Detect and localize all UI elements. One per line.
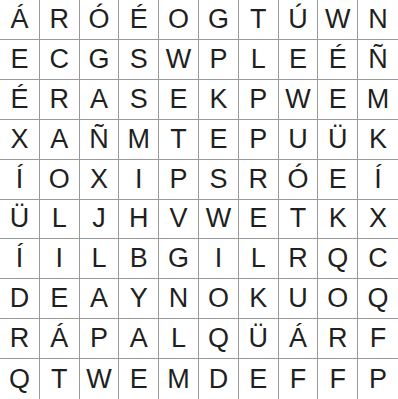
grid-cell[interactable]: M bbox=[119, 120, 159, 160]
grid-cell[interactable]: E bbox=[318, 80, 358, 120]
grid-cell[interactable]: W bbox=[159, 40, 199, 80]
grid-cell[interactable]: T bbox=[159, 120, 199, 160]
grid-cell[interactable]: Q bbox=[358, 279, 398, 319]
grid-cell[interactable]: P bbox=[239, 80, 279, 120]
grid-cell[interactable]: N bbox=[358, 0, 398, 40]
grid-cell[interactable]: Ñ bbox=[80, 120, 120, 160]
grid-cell[interactable]: L bbox=[159, 319, 199, 359]
grid-cell[interactable]: U bbox=[279, 120, 319, 160]
grid-cell[interactable]: P bbox=[239, 120, 279, 160]
grid-cell[interactable]: P bbox=[199, 40, 239, 80]
grid-cell[interactable]: E bbox=[119, 359, 159, 399]
grid-cell[interactable]: O bbox=[40, 160, 80, 200]
grid-cell[interactable]: T bbox=[40, 359, 80, 399]
grid-cell[interactable]: X bbox=[0, 120, 40, 160]
grid-cell[interactable]: R bbox=[279, 239, 319, 279]
grid-cell[interactable]: K bbox=[318, 200, 358, 240]
grid-cell[interactable]: E bbox=[40, 279, 80, 319]
grid-cell[interactable]: Ñ bbox=[358, 40, 398, 80]
grid-cell[interactable]: V bbox=[159, 200, 199, 240]
grid-cell[interactable]: E bbox=[0, 40, 40, 80]
grid-cell[interactable]: J bbox=[80, 200, 120, 240]
grid-cell[interactable]: X bbox=[358, 200, 398, 240]
grid-cell[interactable]: A bbox=[40, 120, 80, 160]
grid-cell[interactable]: A bbox=[119, 319, 159, 359]
grid-cell[interactable]: I bbox=[40, 239, 80, 279]
grid-cell[interactable]: N bbox=[159, 279, 199, 319]
grid-cell[interactable]: F bbox=[318, 359, 358, 399]
grid-cell[interactable]: Ü bbox=[318, 120, 358, 160]
grid-cell[interactable]: C bbox=[358, 239, 398, 279]
grid-cell[interactable]: Í bbox=[0, 160, 40, 200]
grid-cell[interactable]: L bbox=[40, 200, 80, 240]
grid-cell[interactable]: G bbox=[159, 239, 199, 279]
grid-cell[interactable]: R bbox=[0, 319, 40, 359]
grid-cell[interactable]: E bbox=[239, 200, 279, 240]
grid-cell[interactable]: A bbox=[80, 279, 120, 319]
grid-cell[interactable]: K bbox=[358, 120, 398, 160]
grid-cell[interactable]: Ü bbox=[239, 319, 279, 359]
grid-cell[interactable]: G bbox=[80, 40, 120, 80]
grid-cell[interactable]: D bbox=[199, 359, 239, 399]
grid-cell[interactable]: R bbox=[40, 80, 80, 120]
grid-cell[interactable]: L bbox=[239, 40, 279, 80]
grid-cell[interactable]: Á bbox=[40, 319, 80, 359]
grid-cell[interactable]: D bbox=[0, 279, 40, 319]
grid-cell[interactable]: F bbox=[279, 359, 319, 399]
grid-cell[interactable]: Y bbox=[119, 279, 159, 319]
grid-cell[interactable]: Q bbox=[0, 359, 40, 399]
grid-cell[interactable]: E bbox=[159, 80, 199, 120]
grid-cell[interactable]: O bbox=[199, 279, 239, 319]
grid-cell[interactable]: Í bbox=[358, 160, 398, 200]
grid-cell[interactable]: É bbox=[318, 40, 358, 80]
grid-cell[interactable]: P bbox=[358, 359, 398, 399]
grid-cell[interactable]: E bbox=[279, 40, 319, 80]
grid-cell[interactable]: E bbox=[318, 160, 358, 200]
grid-cell[interactable]: K bbox=[239, 279, 279, 319]
grid-cell[interactable]: S bbox=[119, 80, 159, 120]
grid-cell[interactable]: U bbox=[279, 279, 319, 319]
grid-cell[interactable]: O bbox=[159, 0, 199, 40]
grid-cell[interactable]: P bbox=[159, 160, 199, 200]
grid-cell[interactable]: L bbox=[239, 239, 279, 279]
grid-cell[interactable]: T bbox=[239, 0, 279, 40]
grid-cell[interactable]: O bbox=[318, 279, 358, 319]
grid-cell[interactable]: Ó bbox=[80, 0, 120, 40]
grid-cell[interactable]: P bbox=[80, 319, 120, 359]
grid-cell[interactable]: H bbox=[119, 200, 159, 240]
grid-cell[interactable]: K bbox=[199, 80, 239, 120]
grid-cell[interactable]: Ú bbox=[279, 0, 319, 40]
grid-cell[interactable]: Á bbox=[279, 319, 319, 359]
grid-cell[interactable]: A bbox=[80, 80, 120, 120]
word-search-grid: ÁRÓÉOGTÚWNECGSWPLEÉÑÉRASEKPWEMXAÑMTEPUÜK… bbox=[0, 0, 398, 399]
grid-cell[interactable]: W bbox=[199, 200, 239, 240]
grid-cell[interactable]: L bbox=[80, 239, 120, 279]
grid-cell[interactable]: Á bbox=[0, 0, 40, 40]
grid-cell[interactable]: R bbox=[40, 0, 80, 40]
grid-cell[interactable]: Ü bbox=[0, 200, 40, 240]
grid-cell[interactable]: C bbox=[40, 40, 80, 80]
grid-cell[interactable]: W bbox=[318, 0, 358, 40]
grid-cell[interactable]: É bbox=[0, 80, 40, 120]
grid-cell[interactable]: G bbox=[199, 0, 239, 40]
grid-cell[interactable]: Í bbox=[0, 239, 40, 279]
grid-cell[interactable]: Q bbox=[199, 319, 239, 359]
grid-cell[interactable]: S bbox=[199, 160, 239, 200]
grid-cell[interactable]: Ó bbox=[279, 160, 319, 200]
grid-cell[interactable]: I bbox=[199, 239, 239, 279]
grid-cell[interactable]: F bbox=[358, 319, 398, 359]
grid-cell[interactable]: R bbox=[318, 319, 358, 359]
grid-cell[interactable]: Q bbox=[318, 239, 358, 279]
grid-cell[interactable]: E bbox=[239, 359, 279, 399]
grid-cell[interactable]: M bbox=[159, 359, 199, 399]
grid-cell[interactable]: B bbox=[119, 239, 159, 279]
grid-cell[interactable]: S bbox=[119, 40, 159, 80]
grid-cell[interactable]: W bbox=[279, 80, 319, 120]
grid-cell[interactable]: T bbox=[279, 200, 319, 240]
grid-cell[interactable]: R bbox=[239, 160, 279, 200]
grid-cell[interactable]: I bbox=[119, 160, 159, 200]
grid-cell[interactable]: E bbox=[199, 120, 239, 160]
grid-cell[interactable]: M bbox=[358, 80, 398, 120]
grid-cell[interactable]: X bbox=[80, 160, 120, 200]
grid-cell[interactable]: É bbox=[119, 0, 159, 40]
grid-cell[interactable]: W bbox=[80, 359, 120, 399]
